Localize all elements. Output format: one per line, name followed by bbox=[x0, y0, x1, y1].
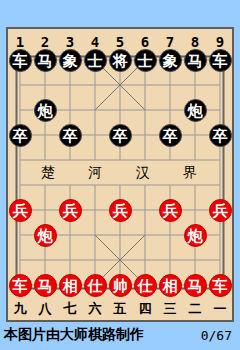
piece-red-炮[interactable]: 炮 bbox=[34, 224, 57, 247]
piece-black-马[interactable]: 马 bbox=[184, 49, 207, 72]
piece-black-卒[interactable]: 卒 bbox=[59, 124, 82, 147]
file-label-bottom-2: 八 bbox=[33, 299, 58, 319]
piece-black-卒[interactable]: 卒 bbox=[9, 124, 32, 147]
piece-black-车[interactable]: 车 bbox=[209, 49, 232, 72]
piece-black-士[interactable]: 士 bbox=[134, 49, 157, 72]
credit-text: 本图片由大师棋路制作 bbox=[4, 326, 144, 344]
piece-red-仕[interactable]: 仕 bbox=[134, 274, 157, 297]
piece-black-炮[interactable]: 炮 bbox=[34, 99, 57, 122]
status-bar: 本图片由大师棋路制作 0/67 bbox=[4, 325, 232, 345]
piece-red-相[interactable]: 相 bbox=[59, 274, 82, 297]
piece-red-车[interactable]: 车 bbox=[209, 274, 232, 297]
piece-black-象[interactable]: 象 bbox=[59, 49, 82, 72]
piece-black-卒[interactable]: 卒 bbox=[159, 124, 182, 147]
piece-black-炮[interactable]: 炮 bbox=[184, 99, 207, 122]
piece-red-兵[interactable]: 兵 bbox=[209, 199, 232, 222]
piece-red-兵[interactable]: 兵 bbox=[159, 199, 182, 222]
file-label-bottom-4: 六 bbox=[83, 299, 108, 319]
piece-red-马[interactable]: 马 bbox=[34, 274, 57, 297]
piece-black-卒[interactable]: 卒 bbox=[109, 124, 132, 147]
file-label-bottom-5: 五 bbox=[108, 299, 133, 319]
piece-red-仕[interactable]: 仕 bbox=[84, 274, 107, 297]
piece-black-象[interactable]: 象 bbox=[159, 49, 182, 72]
file-label-bottom-6: 四 bbox=[133, 299, 158, 319]
piece-red-相[interactable]: 相 bbox=[159, 274, 182, 297]
piece-red-马[interactable]: 马 bbox=[184, 274, 207, 297]
piece-red-兵[interactable]: 兵 bbox=[59, 199, 82, 222]
piece-red-兵[interactable]: 兵 bbox=[109, 199, 132, 222]
xiangqi-board[interactable]: 123456789 楚河汉界 车马象士将士象马车炮炮卒卒卒卒卒兵兵兵兵兵炮炮车马… bbox=[6, 27, 234, 322]
file-label-bottom-7: 三 bbox=[158, 299, 183, 319]
piece-black-车[interactable]: 车 bbox=[9, 49, 32, 72]
piece-red-兵[interactable]: 兵 bbox=[9, 199, 32, 222]
piece-red-帅[interactable]: 帅 bbox=[109, 274, 132, 297]
piece-red-炮[interactable]: 炮 bbox=[184, 224, 207, 247]
file-labels-bottom: 九八七六五四三二一 bbox=[8, 299, 233, 319]
piece-black-马[interactable]: 马 bbox=[34, 49, 57, 72]
piece-black-士[interactable]: 士 bbox=[84, 49, 107, 72]
piece-red-车[interactable]: 车 bbox=[9, 274, 32, 297]
move-counter: 0/67 bbox=[201, 328, 232, 343]
piece-black-卒[interactable]: 卒 bbox=[209, 124, 232, 147]
file-label-bottom-8: 二 bbox=[183, 299, 208, 319]
file-label-bottom-9: 一 bbox=[208, 299, 233, 319]
piece-black-将[interactable]: 将 bbox=[109, 49, 132, 72]
file-label-bottom-3: 七 bbox=[58, 299, 83, 319]
pieces-grid[interactable]: 车马象士将士象马车炮炮卒卒卒卒卒兵兵兵兵兵炮炮车马相仕帅仕相马车 bbox=[8, 48, 233, 298]
file-label-bottom-1: 九 bbox=[8, 299, 33, 319]
